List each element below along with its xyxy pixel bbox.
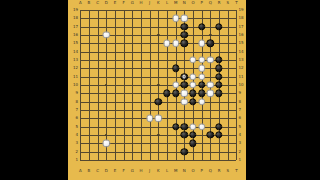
coord-label-bottom-O: O — [191, 169, 194, 173]
coord-label-top-C: C — [96, 1, 99, 5]
coord-label-right-5: 5 — [239, 125, 247, 129]
coord-label-right-8: 8 — [239, 100, 247, 104]
stone-black-R9[interactable] — [215, 90, 222, 97]
go-board[interactable]: AABBCCDDEEFFGGHHJJKKLLMMNNOOPPQQRRSSTT19… — [68, 0, 246, 180]
stone-black-L9[interactable] — [163, 90, 170, 97]
grid-line-horizontal — [80, 152, 236, 153]
coord-label-right-13: 13 — [239, 58, 247, 62]
stone-black-R5[interactable] — [215, 123, 222, 130]
coord-label-right-11: 11 — [239, 75, 247, 79]
stone-white-K6[interactable] — [155, 115, 162, 122]
coord-label-left-19: 19 — [69, 8, 78, 12]
coord-label-left-16: 16 — [69, 33, 78, 37]
stone-black-O8[interactable] — [189, 98, 196, 105]
stone-white-O10[interactable] — [189, 81, 196, 88]
coord-label-right-18: 18 — [239, 16, 247, 20]
coord-label-top-H: H — [139, 1, 142, 5]
stone-white-D16[interactable] — [103, 31, 110, 38]
coord-label-bottom-F: F — [122, 169, 124, 173]
stone-black-Q15[interactable] — [207, 40, 214, 47]
coord-label-top-D: D — [105, 1, 108, 5]
coord-label-left-15: 15 — [69, 41, 78, 45]
stone-white-M10[interactable] — [172, 81, 179, 88]
stone-white-Q13[interactable] — [207, 56, 214, 63]
coord-label-left-7: 7 — [69, 108, 78, 112]
coord-label-left-17: 17 — [69, 25, 78, 29]
coord-label-left-6: 6 — [69, 116, 78, 120]
coord-label-top-P: P — [200, 1, 202, 5]
coord-label-top-G: G — [131, 1, 134, 5]
coord-label-left-18: 18 — [69, 16, 78, 20]
coord-label-bottom-G: G — [131, 169, 134, 173]
coord-label-left-3: 3 — [69, 141, 78, 145]
stone-white-O5[interactable] — [189, 123, 196, 130]
coord-label-left-12: 12 — [69, 66, 78, 70]
stone-white-N9[interactable] — [181, 90, 188, 97]
grid-line-vertical — [236, 10, 237, 160]
stone-black-P10[interactable] — [198, 81, 205, 88]
stone-white-Q9[interactable] — [207, 90, 214, 97]
stone-white-N8[interactable] — [181, 98, 188, 105]
stone-black-M5[interactable] — [172, 123, 179, 130]
coord-label-top-L: L — [166, 1, 168, 5]
coord-label-top-M: M — [174, 1, 177, 5]
coord-label-top-S: S — [226, 1, 229, 5]
stone-black-N16[interactable] — [181, 31, 188, 38]
coord-label-right-14: 14 — [239, 50, 247, 54]
coord-label-bottom-K: K — [157, 169, 160, 173]
stone-white-P15[interactable] — [198, 40, 205, 47]
stone-black-R10[interactable] — [215, 81, 222, 88]
stone-black-M12[interactable] — [172, 65, 179, 72]
coord-label-right-12: 12 — [239, 66, 247, 70]
coord-label-left-11: 11 — [69, 75, 78, 79]
coord-label-right-16: 16 — [239, 33, 247, 37]
grid-line-vertical — [167, 10, 168, 160]
last-move-marker — [183, 75, 186, 78]
stone-black-P17[interactable] — [198, 23, 205, 30]
stone-black-K8[interactable] — [155, 98, 162, 105]
coord-label-bottom-D: D — [105, 169, 108, 173]
coord-label-bottom-E: E — [114, 169, 117, 173]
grid-line-vertical — [228, 10, 229, 160]
coord-label-left-8: 8 — [69, 100, 78, 104]
coord-label-right-2: 2 — [239, 150, 247, 154]
stone-white-P11[interactable] — [198, 73, 205, 80]
coord-label-bottom-M: M — [174, 169, 177, 173]
stone-black-N17[interactable] — [181, 23, 188, 30]
coord-label-right-15: 15 — [239, 41, 247, 45]
coord-label-right-7: 7 — [239, 108, 247, 112]
stone-white-P12[interactable] — [198, 65, 205, 72]
coord-label-bottom-R: R — [218, 169, 221, 173]
stone-white-J6[interactable] — [146, 115, 153, 122]
stone-white-P13[interactable] — [198, 56, 205, 63]
coord-label-bottom-A: A — [79, 169, 82, 173]
coord-label-bottom-N: N — [183, 169, 186, 173]
stone-white-N18[interactable] — [181, 15, 188, 22]
coord-label-top-T: T — [235, 1, 237, 5]
coord-label-top-B: B — [88, 1, 91, 5]
coord-label-top-E: E — [114, 1, 117, 5]
coord-label-bottom-T: T — [235, 169, 237, 173]
grid-line-horizontal — [80, 160, 236, 161]
stone-white-D3[interactable] — [103, 140, 110, 147]
grid-line-horizontal — [80, 127, 236, 128]
stone-black-M9[interactable] — [172, 90, 179, 97]
coord-label-right-17: 17 — [239, 25, 247, 29]
stone-white-O13[interactable] — [189, 56, 196, 63]
coord-label-top-J: J — [149, 1, 150, 5]
coord-label-right-6: 6 — [239, 116, 247, 120]
stone-black-O4[interactable] — [189, 131, 196, 138]
coord-label-left-13: 13 — [69, 58, 78, 62]
coord-label-top-Q: Q — [209, 1, 212, 5]
stone-black-N15[interactable] — [181, 40, 188, 47]
coord-label-left-4: 4 — [69, 133, 78, 137]
coord-label-bottom-B: B — [88, 169, 91, 173]
stone-black-Q4[interactable] — [207, 131, 214, 138]
coord-label-bottom-J: J — [149, 169, 150, 173]
stone-black-R12[interactable] — [215, 65, 222, 72]
stone-black-N2[interactable] — [181, 148, 188, 155]
coord-label-right-4: 4 — [239, 133, 247, 137]
coord-label-bottom-H: H — [139, 169, 142, 173]
stone-white-M18[interactable] — [172, 15, 179, 22]
stone-black-O9[interactable] — [189, 90, 196, 97]
stone-black-R17[interactable] — [215, 23, 222, 30]
coord-label-bottom-P: P — [200, 169, 202, 173]
coord-label-right-9: 9 — [239, 91, 247, 95]
coord-label-top-O: O — [191, 1, 194, 5]
coord-label-bottom-C: C — [96, 169, 99, 173]
coord-label-bottom-Q: Q — [209, 169, 212, 173]
stone-black-N10[interactable] — [181, 81, 188, 88]
coord-label-left-10: 10 — [69, 83, 78, 87]
video-frame: AABBCCDDEEFFGGHHJJKKLLMMNNOOPPQQRRSSTT19… — [0, 0, 320, 180]
stone-black-R11[interactable] — [215, 73, 222, 80]
coord-label-right-10: 10 — [239, 83, 247, 87]
stone-black-N4[interactable] — [181, 131, 188, 138]
stone-white-P5[interactable] — [198, 123, 205, 130]
stone-white-Q10[interactable] — [207, 81, 214, 88]
stone-black-R13[interactable] — [215, 56, 222, 63]
stone-white-M15[interactable] — [172, 40, 179, 47]
stone-black-N5[interactable] — [181, 123, 188, 130]
coord-label-top-A: A — [79, 1, 82, 5]
coord-label-right-3: 3 — [239, 141, 247, 145]
stone-black-N11[interactable] — [181, 73, 188, 80]
coord-label-bottom-S: S — [226, 169, 229, 173]
coord-label-left-5: 5 — [69, 125, 78, 129]
coord-label-left-2: 2 — [69, 150, 78, 154]
coord-label-left-9: 9 — [69, 91, 78, 95]
stone-black-R4[interactable] — [215, 131, 222, 138]
stone-white-O11[interactable] — [189, 73, 196, 80]
coord-label-bottom-L: L — [166, 169, 168, 173]
coord-label-top-F: F — [122, 1, 124, 5]
stone-white-L15[interactable] — [163, 40, 170, 47]
stone-black-O3[interactable] — [189, 140, 196, 147]
coord-label-top-K: K — [157, 1, 160, 5]
coord-label-right-1: 1 — [239, 158, 247, 162]
stone-white-P8[interactable] — [198, 98, 205, 105]
grid-line-horizontal — [80, 110, 236, 111]
coord-label-top-N: N — [183, 1, 186, 5]
coord-label-top-R: R — [218, 1, 221, 5]
stone-black-P9[interactable] — [198, 90, 205, 97]
coord-label-left-14: 14 — [69, 50, 78, 54]
coord-label-left-1: 1 — [69, 158, 78, 162]
coord-label-right-19: 19 — [239, 8, 247, 12]
